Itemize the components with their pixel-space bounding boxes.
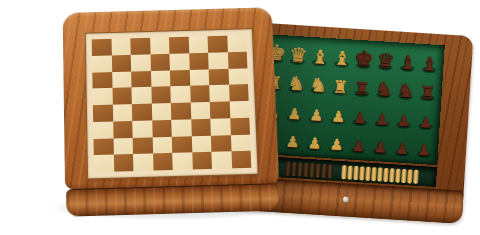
board-square <box>92 39 112 56</box>
chess-piece-dark-b: ♝ <box>399 52 417 72</box>
board-square <box>227 51 247 68</box>
piece-slot: ♛ <box>286 37 310 67</box>
light-disc <box>413 170 419 184</box>
piece-storage-grid: ♚♛♝♝♚♛♝♝♜♞♞♜♜♞♞♜♟♟♟♟♟♟♟♟♟♟♟♟♟♟♟♟ <box>259 36 442 161</box>
light-disc <box>395 169 401 183</box>
board-square <box>152 136 172 153</box>
piece-slot: ♞ <box>284 66 308 96</box>
piece-slot: ♟ <box>283 94 307 124</box>
board-square <box>208 52 228 69</box>
board-square <box>191 119 211 136</box>
piece-slot: ♟ <box>347 127 371 157</box>
chess-box-set-photo: ♚♛♝♝♚♛♝♝♜♞♞♜♜♞♞♜♟♟♟♟♟♟♟♟♟♟♟♟♟♟♟♟ <box>0 0 480 235</box>
piece-slot: ♟ <box>369 128 393 158</box>
piece-slot: ♝ <box>418 46 442 76</box>
dark-disc-stack <box>285 162 333 179</box>
board-square <box>209 85 229 102</box>
chess-piece-dark-n: ♞ <box>375 79 393 99</box>
board-square <box>94 155 114 172</box>
board-square <box>231 151 251 168</box>
board-square <box>112 71 132 88</box>
board-square <box>111 55 131 72</box>
chess-piece-dark-p: ♟ <box>419 114 433 130</box>
dark-disc <box>315 164 321 178</box>
board-square <box>190 102 210 119</box>
board-square <box>113 137 133 154</box>
board-square <box>170 86 190 103</box>
chess-piece-light-p: ♟ <box>309 108 323 124</box>
light-disc-stack <box>341 165 419 184</box>
board-square <box>188 36 208 53</box>
board-square <box>211 151 231 168</box>
piece-slot: ♟ <box>281 123 305 153</box>
chess-piece-light-p: ♟ <box>287 106 301 122</box>
board-square <box>227 35 247 52</box>
light-disc <box>401 169 407 183</box>
piece-slot: ♟ <box>303 124 327 154</box>
light-disc <box>383 168 389 182</box>
board-square <box>189 69 209 86</box>
chess-piece-dark-p: ♟ <box>373 140 387 156</box>
light-disc <box>359 166 365 180</box>
light-disc <box>365 167 371 181</box>
piece-slot: ♜ <box>328 69 352 99</box>
chess-piece-dark-n: ♞ <box>397 80 415 100</box>
board-square <box>229 101 249 118</box>
board-square <box>111 38 131 55</box>
chess-box <box>63 7 281 215</box>
piece-slot: ♟ <box>370 100 394 130</box>
chess-piece-dark-k: ♚ <box>354 47 374 69</box>
chess-piece-light-b: ♝ <box>311 47 329 67</box>
board-square <box>113 121 133 138</box>
chess-piece-dark-p: ♟ <box>353 110 367 126</box>
piece-slot: ♟ <box>392 101 416 131</box>
board-border <box>85 28 259 179</box>
board-square <box>172 153 192 170</box>
board-square <box>189 53 209 70</box>
board-square <box>190 85 210 102</box>
chess-piece-dark-p: ♟ <box>397 113 411 129</box>
chess-piece-dark-b: ♝ <box>420 53 438 73</box>
piece-slot: ♟ <box>414 103 438 133</box>
board-square <box>209 68 229 85</box>
board-square <box>92 72 112 89</box>
board-square <box>208 36 228 53</box>
light-disc <box>341 165 347 179</box>
piece-slot: ♟ <box>391 130 415 160</box>
chess-piece-light-q: ♛ <box>288 44 307 65</box>
board-square <box>171 102 191 119</box>
board-square <box>93 138 113 155</box>
board-square <box>93 105 113 122</box>
piece-slot: ♞ <box>394 73 418 103</box>
board-square <box>130 38 150 55</box>
chess-piece-light-b: ♝ <box>333 48 351 68</box>
piece-slot: ♚ <box>352 42 376 72</box>
board-square <box>153 153 173 170</box>
board-square <box>113 154 133 171</box>
board-square <box>211 135 231 152</box>
dark-disc <box>309 163 315 177</box>
piece-slot: ♟ <box>348 99 372 129</box>
chess-piece-light-n: ♞ <box>309 75 327 95</box>
board-square <box>92 55 112 72</box>
chess-board <box>92 35 252 172</box>
board-square <box>151 86 171 103</box>
board-square <box>112 104 132 121</box>
board-square <box>171 119 191 136</box>
chess-piece-dark-r: ♜ <box>420 84 436 102</box>
piece-slot: ♟ <box>412 131 436 161</box>
light-disc <box>389 168 395 182</box>
dark-disc <box>291 162 297 176</box>
board-square <box>131 54 151 71</box>
board-square <box>210 101 230 118</box>
chess-piece-dark-p: ♟ <box>395 141 409 157</box>
board-square <box>150 70 170 87</box>
dark-disc <box>321 164 327 178</box>
board-square <box>191 135 211 152</box>
board-square <box>132 120 152 137</box>
chess-piece-light-p: ♟ <box>285 135 299 151</box>
piece-slot: ♟ <box>326 97 350 127</box>
chess-piece-dark-p: ♟ <box>351 139 365 155</box>
board-square <box>133 137 153 154</box>
chess-piece-dark-p: ♟ <box>417 143 431 159</box>
piece-slot: ♜ <box>416 74 440 104</box>
piece-slot: ♝ <box>308 39 332 69</box>
board-square <box>93 88 113 105</box>
board-square <box>192 152 212 169</box>
piece-slot: ♞ <box>306 67 330 97</box>
board-square <box>230 117 250 134</box>
board-square <box>169 37 189 54</box>
chess-piece-light-r: ♜ <box>332 78 348 96</box>
board-square <box>230 134 250 151</box>
piece-slot: ♟ <box>325 126 349 156</box>
board-square <box>210 118 230 135</box>
box-lid <box>63 7 280 189</box>
chess-piece-light-p: ♟ <box>329 137 343 153</box>
metal-pin <box>343 196 349 202</box>
board-square <box>132 104 152 121</box>
chess-piece-dark-q: ♛ <box>376 50 395 71</box>
light-disc <box>371 167 377 181</box>
dark-disc <box>327 164 333 178</box>
board-square <box>228 68 248 85</box>
board-square <box>170 69 190 86</box>
board-square <box>131 71 151 88</box>
board-square <box>133 154 153 171</box>
dark-disc <box>303 163 309 177</box>
dark-disc <box>297 162 303 176</box>
board-square <box>169 53 189 70</box>
light-disc <box>353 166 359 180</box>
piece-slot: ♝ <box>396 44 420 74</box>
board-square <box>151 103 171 120</box>
piece-slot: ♛ <box>374 43 398 73</box>
board-square <box>152 120 172 137</box>
board-square <box>229 84 249 101</box>
board-square <box>93 121 113 138</box>
light-disc <box>407 169 413 183</box>
board-square <box>131 87 151 104</box>
board-square <box>150 37 170 54</box>
light-disc <box>347 166 353 180</box>
board-square <box>150 54 170 71</box>
piece-slot: ♝ <box>330 40 354 70</box>
light-disc <box>377 167 383 181</box>
chess-piece-dark-r: ♜ <box>354 80 370 98</box>
board-square <box>172 136 192 153</box>
piece-slot: ♟ <box>305 96 329 126</box>
chess-piece-dark-p: ♟ <box>375 112 389 128</box>
chess-piece-light-p: ♟ <box>331 109 345 125</box>
piece-slot: ♜ <box>350 70 374 100</box>
chess-piece-light-p: ♟ <box>307 136 321 152</box>
chess-piece-light-n: ♞ <box>287 74 305 94</box>
piece-slot: ♞ <box>372 71 396 101</box>
dark-disc <box>285 162 291 176</box>
board-square <box>112 88 132 105</box>
